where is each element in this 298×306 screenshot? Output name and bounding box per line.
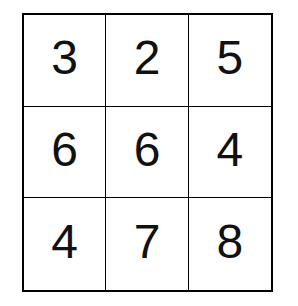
grid-cell-r2c2: 6 xyxy=(106,107,188,199)
grid-cell-r3c3: 8 xyxy=(189,198,271,290)
grid-cell-r2c3: 4 xyxy=(189,107,271,199)
number-grid: 3 2 5 6 6 4 4 7 8 xyxy=(22,13,273,292)
grid-cell-r1c1: 3 xyxy=(24,15,106,107)
grid-cell-r1c3: 5 xyxy=(189,15,271,107)
grid-cell-r3c2: 7 xyxy=(106,198,188,290)
grid-cell-r2c1: 6 xyxy=(24,107,106,199)
page-canvas: 3 2 5 6 6 4 4 7 8 xyxy=(0,0,298,306)
grid-cell-r3c1: 4 xyxy=(24,198,106,290)
grid-cell-r1c2: 2 xyxy=(106,15,188,107)
